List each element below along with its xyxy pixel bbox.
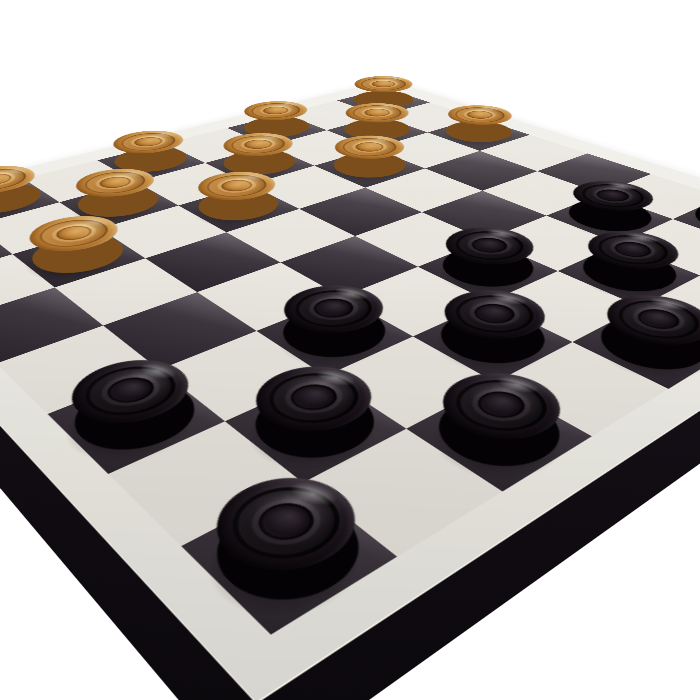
- piece-shadow: [0, 228, 6, 285]
- black-piece[interactable]: [257, 297, 413, 376]
- black-piece[interactable]: [572, 307, 700, 389]
- black-piece[interactable]: [225, 376, 406, 483]
- board-scene: [0, 0, 700, 700]
- black-piece[interactable]: [406, 382, 592, 491]
- wood-piece[interactable]: [12, 229, 145, 288]
- black-piece[interactable]: [413, 302, 572, 383]
- checkers-board: [0, 80, 700, 700]
- product-photo: [0, 0, 700, 700]
- black-piece[interactable]: [181, 483, 397, 635]
- black-piece[interactable]: [48, 370, 225, 474]
